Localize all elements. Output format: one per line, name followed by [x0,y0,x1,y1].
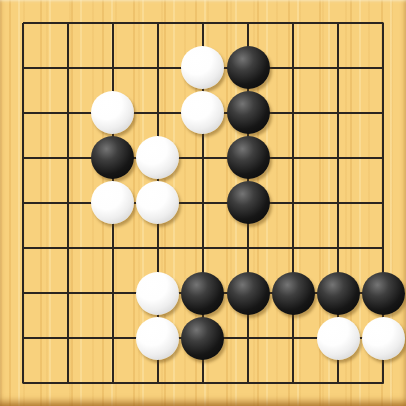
point-F5[interactable] [226,180,271,225]
point-H4[interactable] [316,226,361,271]
point-F3[interactable] [226,271,271,316]
point-C3[interactable] [90,271,135,316]
point-C4[interactable] [90,226,135,271]
point-J4[interactable] [361,226,406,271]
black-stone [91,136,134,179]
point-C8[interactable] [90,45,135,90]
point-J6[interactable] [361,135,406,180]
point-B8[interactable] [45,45,90,90]
goban-area [0,0,406,406]
point-E8[interactable] [180,45,225,90]
point-D1[interactable] [135,361,180,406]
point-D7[interactable] [135,90,180,135]
point-A9[interactable] [0,0,45,45]
point-G1[interactable] [271,361,316,406]
point-J3[interactable] [361,271,406,316]
point-A2[interactable] [0,316,45,361]
black-stone [227,136,270,179]
point-C7[interactable] [90,90,135,135]
black-stone [362,272,405,315]
point-A6[interactable] [0,135,45,180]
point-A7[interactable] [0,90,45,135]
white-stone [136,317,179,360]
point-C6[interactable] [90,135,135,180]
point-E6[interactable] [180,135,225,180]
point-B1[interactable] [45,361,90,406]
point-G9[interactable] [271,0,316,45]
point-B5[interactable] [45,180,90,225]
point-E9[interactable] [180,0,225,45]
point-D2[interactable] [135,316,180,361]
point-F6[interactable] [226,135,271,180]
point-B3[interactable] [45,271,90,316]
point-C1[interactable] [90,361,135,406]
point-F2[interactable] [226,316,271,361]
point-B7[interactable] [45,90,90,135]
point-J7[interactable] [361,90,406,135]
point-J5[interactable] [361,180,406,225]
point-F7[interactable] [226,90,271,135]
point-F9[interactable] [226,0,271,45]
black-stone [272,272,315,315]
black-stone [227,272,270,315]
black-stone [181,317,224,360]
point-D4[interactable] [135,226,180,271]
point-G4[interactable] [271,226,316,271]
black-stone [181,272,224,315]
point-C9[interactable] [90,0,135,45]
white-stone [91,181,134,224]
point-J9[interactable] [361,0,406,45]
point-B9[interactable] [45,0,90,45]
point-A1[interactable] [0,361,45,406]
point-G7[interactable] [271,90,316,135]
point-B4[interactable] [45,226,90,271]
point-A4[interactable] [0,226,45,271]
point-E2[interactable] [180,316,225,361]
white-stone [136,136,179,179]
point-G6[interactable] [271,135,316,180]
point-D8[interactable] [135,45,180,90]
point-E5[interactable] [180,180,225,225]
point-F1[interactable] [226,361,271,406]
point-B2[interactable] [45,316,90,361]
white-stone [362,317,405,360]
point-H9[interactable] [316,0,361,45]
point-D5[interactable] [135,180,180,225]
white-stone [136,181,179,224]
black-stone [227,91,270,134]
point-J2[interactable] [361,316,406,361]
point-A3[interactable] [0,271,45,316]
point-H2[interactable] [316,316,361,361]
point-G5[interactable] [271,180,316,225]
point-F8[interactable] [226,45,271,90]
point-H1[interactable] [316,361,361,406]
point-A8[interactable] [0,45,45,90]
point-E4[interactable] [180,226,225,271]
black-stone [317,272,360,315]
white-stone [181,46,224,89]
point-J8[interactable] [361,45,406,90]
go-board [0,0,406,406]
point-D9[interactable] [135,0,180,45]
point-E7[interactable] [180,90,225,135]
point-C2[interactable] [90,316,135,361]
point-E1[interactable] [180,361,225,406]
point-E3[interactable] [180,271,225,316]
point-A5[interactable] [0,180,45,225]
point-H6[interactable] [316,135,361,180]
point-G3[interactable] [271,271,316,316]
point-H7[interactable] [316,90,361,135]
point-H5[interactable] [316,180,361,225]
point-B6[interactable] [45,135,90,180]
point-C5[interactable] [90,180,135,225]
black-stone [227,181,270,224]
point-F4[interactable] [226,226,271,271]
point-G8[interactable] [271,45,316,90]
point-J1[interactable] [361,361,406,406]
point-G2[interactable] [271,316,316,361]
white-stone [181,91,224,134]
point-D3[interactable] [135,271,180,316]
white-stone [317,317,360,360]
point-H8[interactable] [316,45,361,90]
point-D6[interactable] [135,135,180,180]
black-stone [227,46,270,89]
white-stone [136,272,179,315]
white-stone [91,91,134,134]
point-H3[interactable] [316,271,361,316]
